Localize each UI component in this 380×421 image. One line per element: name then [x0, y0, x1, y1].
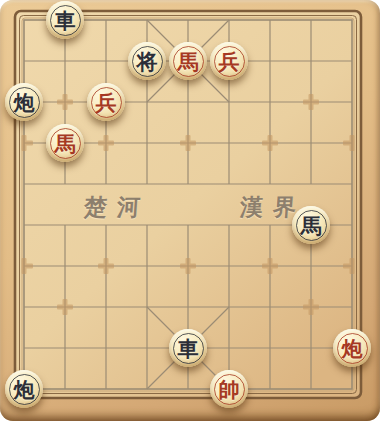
piece-label: 馬 — [301, 215, 322, 236]
black-cannon-piece[interactable]: 炮 — [5, 83, 43, 121]
piece-label: 馬 — [178, 51, 199, 72]
xiangqi-app: 楚河 漢界 車将馬兵炮兵馬馬車炮炮帥 — [0, 0, 380, 421]
red-general-piece[interactable]: 帥 — [210, 370, 248, 408]
red-soldier-piece[interactable]: 兵 — [87, 83, 125, 121]
piece-label: 帥 — [219, 379, 240, 400]
piece-label: 車 — [55, 10, 76, 31]
black-chariot-piece[interactable]: 車 — [169, 329, 207, 367]
piece-label: 車 — [178, 338, 199, 359]
red-soldier-piece[interactable]: 兵 — [210, 42, 248, 80]
black-general-piece[interactable]: 将 — [128, 42, 166, 80]
piece-label: 炮 — [14, 92, 35, 113]
red-horse-piece[interactable]: 馬 — [46, 124, 84, 162]
black-chariot-piece[interactable]: 車 — [46, 1, 84, 39]
xiangqi-board[interactable]: 楚河 漢界 車将馬兵炮兵馬馬車炮炮帥 — [0, 0, 380, 421]
black-cannon-piece[interactable]: 炮 — [5, 370, 43, 408]
piece-label: 炮 — [342, 338, 363, 359]
piece-label: 兵 — [96, 92, 117, 113]
red-cannon-piece[interactable]: 炮 — [333, 329, 371, 367]
red-horse-piece[interactable]: 馬 — [169, 42, 207, 80]
river-label-left: 楚河 — [83, 193, 151, 221]
piece-label: 炮 — [14, 379, 35, 400]
black-horse-piece[interactable]: 馬 — [292, 206, 330, 244]
piece-label: 将 — [137, 51, 158, 72]
piece-label: 兵 — [219, 51, 240, 72]
piece-label: 馬 — [55, 133, 76, 154]
